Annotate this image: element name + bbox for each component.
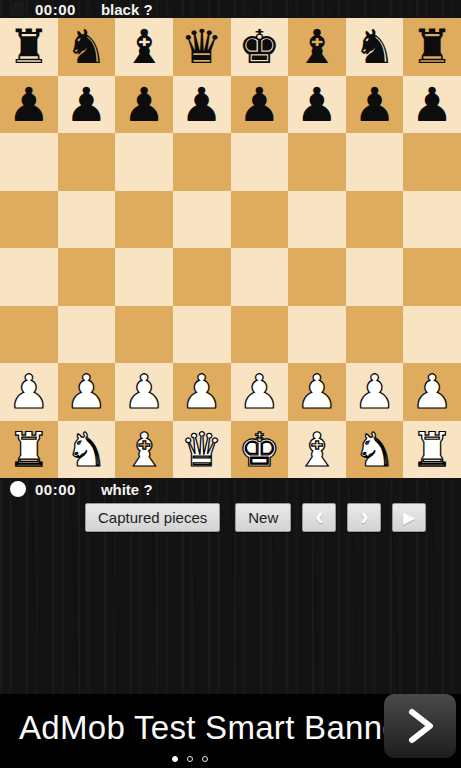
square-d1[interactable]: ♛ <box>173 421 231 479</box>
game-controls: Captured pieces New ‹ › ▶ <box>85 503 426 532</box>
move-forward-button[interactable]: › <box>347 503 381 532</box>
square-b7[interactable]: ♟ <box>58 76 116 134</box>
square-f8[interactable]: ♝ <box>288 18 346 76</box>
piece-black-bishop: ♝ <box>123 23 165 70</box>
square-b8[interactable]: ♞ <box>58 18 116 76</box>
new-game-button[interactable]: New <box>235 503 291 532</box>
piece-white-pawn: ♟ <box>8 368 50 415</box>
play-button[interactable]: ▶ <box>392 503 426 532</box>
square-e3[interactable] <box>231 306 289 364</box>
square-f7[interactable]: ♟ <box>288 76 346 134</box>
piece-black-pawn: ♟ <box>296 81 338 128</box>
square-e1[interactable]: ♚ <box>231 421 289 479</box>
square-d3[interactable] <box>173 306 231 364</box>
chevron-right-icon: › <box>360 503 369 529</box>
square-h8[interactable]: ♜ <box>403 18 461 76</box>
square-b1[interactable]: ♞ <box>58 421 116 479</box>
square-h1[interactable]: ♜ <box>403 421 461 479</box>
square-b6[interactable] <box>58 133 116 191</box>
square-a6[interactable] <box>0 133 58 191</box>
square-c5[interactable] <box>115 191 173 249</box>
square-d6[interactable] <box>173 133 231 191</box>
square-h7[interactable]: ♟ <box>403 76 461 134</box>
white-player-bar: 00:00 white ? <box>0 478 461 500</box>
square-d7[interactable]: ♟ <box>173 76 231 134</box>
piece-black-knight: ♞ <box>353 23 395 70</box>
square-e4[interactable] <box>231 248 289 306</box>
piece-black-rook: ♜ <box>411 23 453 70</box>
square-c6[interactable] <box>115 133 173 191</box>
page-dot <box>202 756 208 762</box>
square-h3[interactable] <box>403 306 461 364</box>
ad-page-dots <box>172 756 208 762</box>
square-b2[interactable]: ♟ <box>58 363 116 421</box>
square-f6[interactable] <box>288 133 346 191</box>
black-clock: 00:00 <box>35 1 76 18</box>
piece-white-bishop: ♝ <box>296 426 338 473</box>
piece-white-pawn: ♟ <box>65 368 107 415</box>
square-g4[interactable] <box>346 248 404 306</box>
square-g3[interactable] <box>346 306 404 364</box>
square-e5[interactable] <box>231 191 289 249</box>
square-a4[interactable] <box>0 248 58 306</box>
white-turn-indicator-icon <box>10 481 26 497</box>
play-icon: ▶ <box>403 510 415 526</box>
square-f3[interactable] <box>288 306 346 364</box>
square-c3[interactable] <box>115 306 173 364</box>
black-player-bar: 00:00 black ? <box>0 0 461 18</box>
piece-white-rook: ♜ <box>411 426 453 473</box>
square-c1[interactable]: ♝ <box>115 421 173 479</box>
piece-white-pawn: ♟ <box>353 368 395 415</box>
square-h4[interactable] <box>403 248 461 306</box>
piece-black-pawn: ♟ <box>353 81 395 128</box>
square-e6[interactable] <box>231 133 289 191</box>
square-g6[interactable] <box>346 133 404 191</box>
piece-white-knight: ♞ <box>65 426 107 473</box>
square-f2[interactable]: ♟ <box>288 363 346 421</box>
square-h2[interactable]: ♟ <box>403 363 461 421</box>
square-b3[interactable] <box>58 306 116 364</box>
square-a3[interactable] <box>0 306 58 364</box>
page-dot <box>187 756 193 762</box>
square-e2[interactable]: ♟ <box>231 363 289 421</box>
piece-black-pawn: ♟ <box>123 81 165 128</box>
square-a8[interactable]: ♜ <box>0 18 58 76</box>
square-e8[interactable]: ♚ <box>231 18 289 76</box>
square-b4[interactable] <box>58 248 116 306</box>
square-f5[interactable] <box>288 191 346 249</box>
piece-black-pawn: ♟ <box>181 81 223 128</box>
white-player-label: white ? <box>101 481 153 498</box>
square-d2[interactable]: ♟ <box>173 363 231 421</box>
piece-white-knight: ♞ <box>353 426 395 473</box>
chess-board[interactable]: ♜♞♝♛♚♝♞♜♟♟♟♟♟♟♟♟♟♟♟♟♟♟♟♟♜♞♝♛♚♝♞♜ <box>0 18 461 478</box>
ad-text: AdMob Test Smart Banner <box>19 702 412 754</box>
square-g1[interactable]: ♞ <box>346 421 404 479</box>
square-d8[interactable]: ♛ <box>173 18 231 76</box>
black-player-label: black ? <box>101 1 153 18</box>
square-g5[interactable] <box>346 191 404 249</box>
piece-black-pawn: ♟ <box>8 81 50 128</box>
piece-white-pawn: ♟ <box>411 368 453 415</box>
piece-black-bishop: ♝ <box>296 23 338 70</box>
piece-white-king: ♚ <box>238 426 280 473</box>
square-a2[interactable]: ♟ <box>0 363 58 421</box>
square-a1[interactable]: ♜ <box>0 421 58 479</box>
square-c7[interactable]: ♟ <box>115 76 173 134</box>
square-e7[interactable]: ♟ <box>231 76 289 134</box>
piece-black-pawn: ♟ <box>65 81 107 128</box>
page-dot <box>172 756 178 762</box>
square-c2[interactable]: ♟ <box>115 363 173 421</box>
piece-black-king: ♚ <box>238 23 280 70</box>
piece-black-pawn: ♟ <box>411 81 453 128</box>
piece-black-rook: ♜ <box>8 23 50 70</box>
ad-banner[interactable]: AdMob Test Smart Banner <box>0 694 461 768</box>
square-h6[interactable] <box>403 133 461 191</box>
square-f1[interactable]: ♝ <box>288 421 346 479</box>
square-c8[interactable]: ♝ <box>115 18 173 76</box>
piece-white-pawn: ♟ <box>181 368 223 415</box>
square-a7[interactable]: ♟ <box>0 76 58 134</box>
move-back-button[interactable]: ‹ <box>302 503 336 532</box>
ad-open-button[interactable] <box>384 694 456 758</box>
square-d4[interactable] <box>173 248 231 306</box>
black-turn-indicator-icon <box>10 1 26 17</box>
piece-black-queen: ♛ <box>181 23 223 70</box>
square-g8[interactable]: ♞ <box>346 18 404 76</box>
square-g7[interactable]: ♟ <box>346 76 404 134</box>
chevron-right-icon <box>398 704 442 748</box>
piece-white-pawn: ♟ <box>296 368 338 415</box>
square-a5[interactable] <box>0 191 58 249</box>
piece-white-pawn: ♟ <box>123 368 165 415</box>
piece-white-bishop: ♝ <box>123 426 165 473</box>
square-c4[interactable] <box>115 248 173 306</box>
square-b5[interactable] <box>58 191 116 249</box>
piece-black-knight: ♞ <box>65 23 107 70</box>
chevron-left-icon: ‹ <box>315 503 324 529</box>
white-clock: 00:00 <box>35 481 76 498</box>
square-f4[interactable] <box>288 248 346 306</box>
piece-white-queen: ♛ <box>181 426 223 473</box>
captured-pieces-button[interactable]: Captured pieces <box>85 503 220 532</box>
square-d5[interactable] <box>173 191 231 249</box>
piece-white-pawn: ♟ <box>238 368 280 415</box>
piece-black-pawn: ♟ <box>238 81 280 128</box>
square-h5[interactable] <box>403 191 461 249</box>
piece-white-rook: ♜ <box>8 426 50 473</box>
square-g2[interactable]: ♟ <box>346 363 404 421</box>
